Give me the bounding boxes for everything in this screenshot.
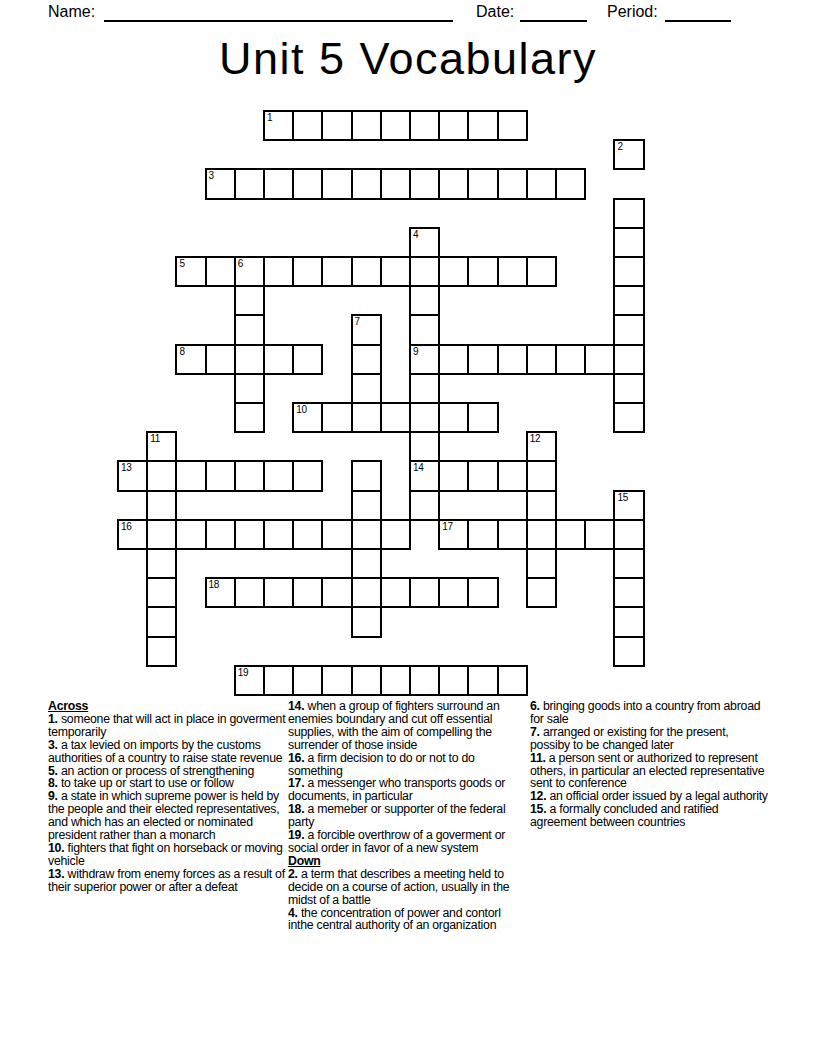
grid-cell-r2c3[interactable]: 3	[205, 168, 236, 199]
grid-cell-r8c3[interactable]	[205, 344, 236, 375]
grid-cell-r3c17[interactable]	[613, 198, 644, 229]
grid-cell-r17c8[interactable]	[351, 606, 382, 637]
grid-cell-r16c11[interactable]	[438, 577, 469, 608]
clue-number-1: 1	[267, 112, 272, 123]
grid-cell-r12c5[interactable]	[263, 460, 294, 491]
grid-cell-r13c14[interactable]	[526, 490, 557, 521]
grid-cell-r16c8[interactable]	[351, 577, 382, 608]
grid-cell-r19c13[interactable]	[497, 665, 528, 696]
grid-cell-r4c17[interactable]	[613, 227, 644, 258]
clue-down-7: 7. arranged or existing for the present,…	[530, 726, 770, 752]
grid-cell-r13c8[interactable]	[351, 490, 382, 521]
grid-cell-r11c1[interactable]: 11	[146, 431, 177, 462]
grid-cell-r2c9[interactable]	[380, 168, 411, 199]
grid-cell-r9c4[interactable]	[234, 373, 265, 404]
grid-cell-r19c6[interactable]	[292, 665, 323, 696]
clue-number-16: 16	[121, 521, 132, 532]
grid-cell-r8c16[interactable]	[584, 344, 615, 375]
grid-cell-r16c14[interactable]	[526, 577, 557, 608]
grid-cell-r15c14[interactable]	[526, 548, 557, 579]
clues-down-header: Down	[288, 855, 528, 868]
clue-down-4: 4. the concentration of power and contor…	[288, 907, 528, 933]
grid-cell-r10c8[interactable]	[351, 402, 382, 433]
grid-cell-r12c12[interactable]	[467, 460, 498, 491]
grid-cell-r14c3[interactable]	[205, 519, 236, 550]
grid-cell-r9c17[interactable]	[613, 373, 644, 404]
grid-cell-r5c2[interactable]: 5	[175, 256, 206, 287]
clue-across-1: 1. someone that will act in place in gov…	[48, 713, 288, 739]
grid-cell-r18c1[interactable]	[146, 636, 177, 667]
grid-cell-r12c8[interactable]	[351, 460, 382, 491]
grid-cell-r8c12[interactable]	[467, 344, 498, 375]
clue-number-7: 7	[355, 316, 360, 327]
grid-cell-r5c10[interactable]	[409, 256, 440, 287]
grid-cell-r2c12[interactable]	[467, 168, 498, 199]
grid-cell-r10c11[interactable]	[438, 402, 469, 433]
grid-cell-r13c10[interactable]	[409, 490, 440, 521]
grid-cell-r6c17[interactable]	[613, 285, 644, 316]
grid-cell-r19c5[interactable]	[263, 665, 294, 696]
grid-cell-r5c17[interactable]	[613, 256, 644, 287]
grid-cell-r16c5[interactable]	[263, 577, 294, 608]
grid-cell-r4c10[interactable]: 4	[409, 227, 440, 258]
grid-cell-r17c1[interactable]	[146, 606, 177, 637]
grid-cell-r14c17[interactable]	[613, 519, 644, 550]
grid-cell-r7c8[interactable]: 7	[351, 314, 382, 345]
grid-cell-r2c14[interactable]	[526, 168, 557, 199]
clue-across-13: 13. withdraw from enemy forces as a resu…	[48, 868, 288, 894]
grid-cell-r15c17[interactable]	[613, 548, 644, 579]
clue-number-18: 18	[209, 579, 220, 590]
grid-cell-r7c17[interactable]	[613, 314, 644, 345]
grid-cell-r10c9[interactable]	[380, 402, 411, 433]
name-blank-line[interactable]	[104, 1, 453, 22]
clue-number-10: 10	[296, 404, 307, 415]
grid-cell-r14c9[interactable]	[380, 519, 411, 550]
grid-cell-r19c11[interactable]	[438, 665, 469, 696]
grid-cell-r5c12[interactable]	[467, 256, 498, 287]
grid-cell-r8c8[interactable]	[351, 344, 382, 375]
clue-column-2: 14. when a group of fighters surround an…	[288, 700, 528, 932]
clue-across-14: 14. when a group of fighters surround an…	[288, 700, 528, 752]
grid-cell-r2c4[interactable]	[234, 168, 265, 199]
grid-cell-r5c9[interactable]	[380, 256, 411, 287]
grid-cell-r6c4[interactable]	[234, 285, 265, 316]
grid-cell-r19c7[interactable]	[321, 665, 352, 696]
grid-cell-r10c17[interactable]	[613, 402, 644, 433]
grid-cell-r18c17[interactable]	[613, 636, 644, 667]
grid-cell-r2c10[interactable]	[409, 168, 440, 199]
grid-cell-r2c7[interactable]	[321, 168, 352, 199]
grid-cell-r19c12[interactable]	[467, 665, 498, 696]
grid-cell-r12c14[interactable]	[526, 460, 557, 491]
grid-cell-r14c11[interactable]: 17	[438, 519, 469, 550]
grid-cell-r12c13[interactable]	[497, 460, 528, 491]
clue-down-6: 6. bringing goods into a country from ab…	[530, 700, 770, 726]
grid-cell-r0c11[interactable]	[438, 110, 469, 141]
grid-cell-r16c4[interactable]	[234, 577, 265, 608]
grid-cell-r5c7[interactable]	[321, 256, 352, 287]
clue-number-17: 17	[442, 521, 453, 532]
grid-cell-r12c11[interactable]	[438, 460, 469, 491]
grid-cell-r16c7[interactable]	[321, 577, 352, 608]
clue-column-3: 6. bringing goods into a country from ab…	[530, 700, 770, 829]
clue-across-17: 17. a messenger who transports goods or …	[288, 777, 528, 803]
grid-cell-r8c2[interactable]: 8	[175, 344, 206, 375]
grid-cell-r8c15[interactable]	[555, 344, 586, 375]
grid-cell-r19c4[interactable]: 19	[234, 665, 265, 696]
clue-down-11: 11. a person sent or authorized to repre…	[530, 752, 770, 791]
grid-cell-r14c15[interactable]	[555, 519, 586, 550]
grid-cell-r16c12[interactable]	[467, 577, 498, 608]
date-blank-line[interactable]	[520, 1, 587, 22]
grid-cell-r2c15[interactable]	[555, 168, 586, 199]
grid-cell-r5c5[interactable]	[263, 256, 294, 287]
grid-cell-r5c3[interactable]	[205, 256, 236, 287]
clue-across-16: 16. a firm decision to do or not to do s…	[288, 752, 528, 778]
grid-cell-r10c6[interactable]: 10	[292, 402, 323, 433]
grid-cell-r0c12[interactable]	[467, 110, 498, 141]
grid-cell-r2c11[interactable]	[438, 168, 469, 199]
grid-cell-r7c10[interactable]	[409, 314, 440, 345]
grid-cell-r6c10[interactable]	[409, 285, 440, 316]
grid-cell-r2c8[interactable]	[351, 168, 382, 199]
page-title: Unit 5 Vocabulary	[0, 33, 816, 85]
clue-number-3: 3	[209, 170, 214, 181]
clue-number-5: 5	[179, 258, 184, 269]
grid-cell-r14c1[interactable]	[146, 519, 177, 550]
grid-cell-r8c5[interactable]	[263, 344, 294, 375]
grid-cell-r19c9[interactable]	[380, 665, 411, 696]
grid-cell-r0c9[interactable]	[380, 110, 411, 141]
clue-across-3: 3. a tax levied on imports by the custom…	[48, 739, 288, 765]
grid-cell-r14c2[interactable]	[175, 519, 206, 550]
date-label: Date:	[476, 3, 514, 21]
grid-cell-r19c8[interactable]	[351, 665, 382, 696]
grid-cell-r8c10[interactable]: 9	[409, 344, 440, 375]
grid-cell-r0c5[interactable]: 1	[263, 110, 294, 141]
clue-across-19: 19. a forcible overthrow of a goverment …	[288, 829, 528, 855]
grid-cell-r15c8[interactable]	[351, 548, 382, 579]
grid-cell-r11c14[interactable]: 12	[526, 431, 557, 462]
grid-cell-r14c4[interactable]	[234, 519, 265, 550]
clue-number-19: 19	[238, 667, 249, 678]
clue-number-2: 2	[617, 141, 622, 152]
clue-number-15: 15	[617, 492, 628, 503]
grid-cell-r2c13[interactable]	[497, 168, 528, 199]
clues-across-header: Across	[48, 700, 288, 713]
grid-cell-r5c4[interactable]: 6	[234, 256, 265, 287]
grid-cell-r16c9[interactable]	[380, 577, 411, 608]
grid-cell-r11c10[interactable]	[409, 431, 440, 462]
grid-cell-r12c1[interactable]	[146, 460, 177, 491]
grid-cell-r16c3[interactable]: 18	[205, 577, 236, 608]
clue-number-6: 6	[238, 258, 243, 269]
grid-cell-r14c16[interactable]	[584, 519, 615, 550]
grid-cell-r14c6[interactable]	[292, 519, 323, 550]
grid-cell-r14c7[interactable]	[321, 519, 352, 550]
grid-cell-r12c2[interactable]	[175, 460, 206, 491]
grid-cell-r0c6[interactable]	[292, 110, 323, 141]
grid-cell-r8c14[interactable]	[526, 344, 557, 375]
grid-cell-r5c6[interactable]	[292, 256, 323, 287]
grid-cell-r15c1[interactable]	[146, 548, 177, 579]
grid-cell-r8c6[interactable]	[292, 344, 323, 375]
grid-cell-r0c8[interactable]	[351, 110, 382, 141]
grid-cell-r12c6[interactable]	[292, 460, 323, 491]
grid-cell-r5c13[interactable]	[497, 256, 528, 287]
grid-cell-r16c1[interactable]	[146, 577, 177, 608]
grid-cell-r14c5[interactable]	[263, 519, 294, 550]
clue-across-18: 18. a memeber or supporter of the federa…	[288, 803, 528, 829]
grid-cell-r13c17[interactable]: 15	[613, 490, 644, 521]
grid-cell-r14c12[interactable]	[467, 519, 498, 550]
period-blank-line[interactable]	[665, 1, 731, 22]
clue-number-8: 8	[179, 346, 184, 357]
grid-cell-r8c4[interactable]	[234, 344, 265, 375]
grid-cell-r17c17[interactable]	[613, 606, 644, 637]
grid-cell-r7c4[interactable]	[234, 314, 265, 345]
grid-cell-r14c13[interactable]	[497, 519, 528, 550]
grid-cell-r10c12[interactable]	[467, 402, 498, 433]
grid-cell-r2c5[interactable]	[263, 168, 294, 199]
grid-cell-r1c17[interactable]: 2	[613, 139, 644, 170]
grid-cell-r2c6[interactable]	[292, 168, 323, 199]
grid-cell-r5c8[interactable]	[351, 256, 382, 287]
clue-number-11: 11	[150, 433, 160, 444]
grid-cell-r14c8[interactable]	[351, 519, 382, 550]
clue-column-1: Across1. someone that will act in place …	[48, 700, 288, 894]
clue-across-9: 9. a state in which supreme power is hel…	[48, 790, 288, 842]
grid-cell-r16c6[interactable]	[292, 577, 323, 608]
grid-cell-r13c1[interactable]	[146, 490, 177, 521]
name-label: Name:	[48, 3, 95, 21]
grid-cell-r8c13[interactable]	[497, 344, 528, 375]
grid-cell-r5c14[interactable]	[526, 256, 557, 287]
grid-cell-r12c10[interactable]: 14	[409, 460, 440, 491]
grid-cell-r0c7[interactable]	[321, 110, 352, 141]
grid-cell-r9c8[interactable]	[351, 373, 382, 404]
grid-cell-r16c17[interactable]	[613, 577, 644, 608]
clue-down-2: 2. a term that describes a meeting held …	[288, 868, 528, 907]
clue-number-9: 9	[413, 346, 418, 357]
clue-across-10: 10. fighters that fight on horseback or …	[48, 842, 288, 868]
grid-cell-r5c11[interactable]	[438, 256, 469, 287]
grid-cell-r14c0[interactable]: 16	[117, 519, 148, 550]
clue-number-4: 4	[413, 229, 418, 240]
period-label: Period:	[607, 3, 658, 21]
grid-cell-r14c14[interactable]	[526, 519, 557, 550]
grid-cell-r12c4[interactable]	[234, 460, 265, 491]
grid-cell-r10c7[interactable]	[321, 402, 352, 433]
grid-cell-r0c13[interactable]	[497, 110, 528, 141]
clue-number-12: 12	[530, 433, 541, 444]
clue-number-14: 14	[413, 462, 424, 473]
grid-cell-r0c10[interactable]	[409, 110, 440, 141]
grid-cell-r9c10[interactable]	[409, 373, 440, 404]
grid-cell-r10c4[interactable]	[234, 402, 265, 433]
clue-down-15: 15. a formally concluded and ratified ag…	[530, 803, 770, 829]
grid-cell-r10c10[interactable]	[409, 402, 440, 433]
grid-cell-r8c11[interactable]	[438, 344, 469, 375]
grid-cell-r19c10[interactable]	[409, 665, 440, 696]
grid-cell-r12c0[interactable]: 13	[117, 460, 148, 491]
grid-cell-r8c17[interactable]	[613, 344, 644, 375]
grid-cell-r12c3[interactable]	[205, 460, 236, 491]
clue-number-13: 13	[121, 462, 132, 473]
grid-cell-r16c10[interactable]	[409, 577, 440, 608]
